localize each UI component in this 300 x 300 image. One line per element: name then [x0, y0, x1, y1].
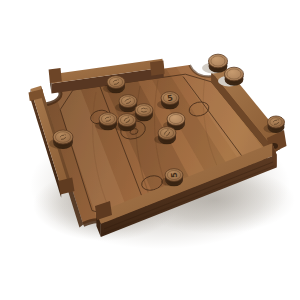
board-game-photo: 55 — [0, 0, 300, 300]
board-photo-svg: 55 — [0, 0, 300, 300]
